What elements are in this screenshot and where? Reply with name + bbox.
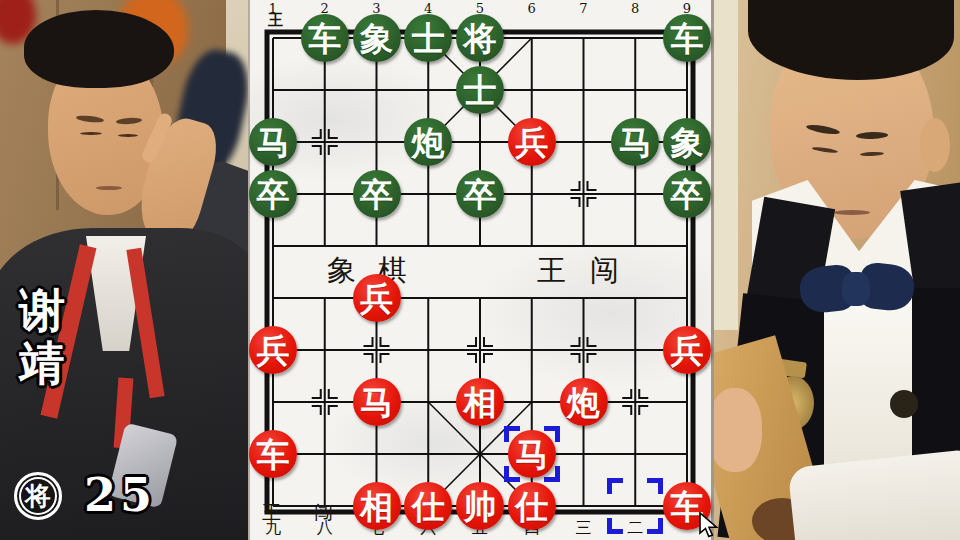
red-piece-车[interactable]: 车	[249, 430, 297, 478]
mouth	[96, 186, 122, 190]
red-piece-兵[interactable]: 兵	[353, 274, 401, 322]
red-piece-马[interactable]: 马	[508, 430, 556, 478]
red-piece-兵[interactable]: 兵	[249, 326, 297, 374]
closed-eye	[118, 134, 138, 137]
hair	[748, 0, 954, 80]
hand	[714, 388, 762, 472]
black-piece-象[interactable]: 象	[663, 118, 711, 166]
suit-button	[890, 390, 918, 418]
left-counter: 25	[84, 468, 156, 522]
black-piece-车[interactable]: 车	[663, 14, 711, 62]
left-player-name: 谢靖	[15, 284, 69, 391]
bow-tie-knot	[842, 272, 870, 306]
red-piece-帅[interactable]: 帅	[456, 482, 504, 530]
file-label-bottom: 三	[574, 518, 594, 539]
black-piece-卒[interactable]: 卒	[663, 170, 711, 218]
black-piece-马[interactable]: 马	[249, 118, 297, 166]
shirt-front	[824, 292, 912, 477]
file-label-bottom: 八	[315, 518, 335, 539]
red-piece-仕[interactable]: 仕	[404, 482, 452, 530]
red-piece-炮[interactable]: 炮	[560, 378, 608, 426]
video-frame: 谢靖 将 25 王天一 帅 25 王	[0, 0, 960, 540]
black-piece-士[interactable]: 士	[404, 14, 452, 62]
xiangqi-board[interactable]: 王 王闯 象棋 王闯 123456789九八七六五四三二一 车象士将车士马炮兵马…	[248, 0, 714, 540]
ear	[920, 118, 950, 172]
right-player-photo: 王天一 帅 25	[714, 0, 960, 540]
black-piece-炮[interactable]: 炮	[404, 118, 452, 166]
black-piece-卒[interactable]: 卒	[249, 170, 297, 218]
black-piece-车[interactable]: 车	[301, 14, 349, 62]
file-label-top: 8	[628, 1, 642, 16]
red-piece-马[interactable]: 马	[353, 378, 401, 426]
file-label-top: 7	[577, 1, 591, 16]
closed-eye	[80, 132, 102, 135]
red-piece-仕[interactable]: 仕	[508, 482, 556, 530]
red-piece-兵[interactable]: 兵	[663, 326, 711, 374]
river-text-right: 王闯	[537, 251, 643, 291]
black-piece-卒[interactable]: 卒	[456, 170, 504, 218]
file-label-top: 1	[266, 1, 280, 16]
black-piece-将[interactable]: 将	[456, 14, 504, 62]
door-frame	[714, 0, 738, 330]
file-label-top: 6	[525, 1, 539, 16]
file-label-bottom: 二	[625, 518, 645, 539]
file-label-bottom: 九	[263, 518, 283, 539]
black-piece-士[interactable]: 士	[456, 66, 504, 114]
red-piece-兵[interactable]: 兵	[508, 118, 556, 166]
red-piece-相[interactable]: 相	[353, 482, 401, 530]
black-piece-象[interactable]: 象	[353, 14, 401, 62]
black-piece-卒[interactable]: 卒	[353, 170, 401, 218]
left-player-photo: 谢靖 将 25	[0, 0, 248, 540]
mouse-cursor-icon	[698, 512, 722, 539]
black-general-clock-icon: 将	[14, 472, 62, 520]
hair	[24, 10, 174, 88]
red-piece-相[interactable]: 相	[456, 378, 504, 426]
mouth	[834, 210, 870, 215]
black-piece-马[interactable]: 马	[611, 118, 659, 166]
